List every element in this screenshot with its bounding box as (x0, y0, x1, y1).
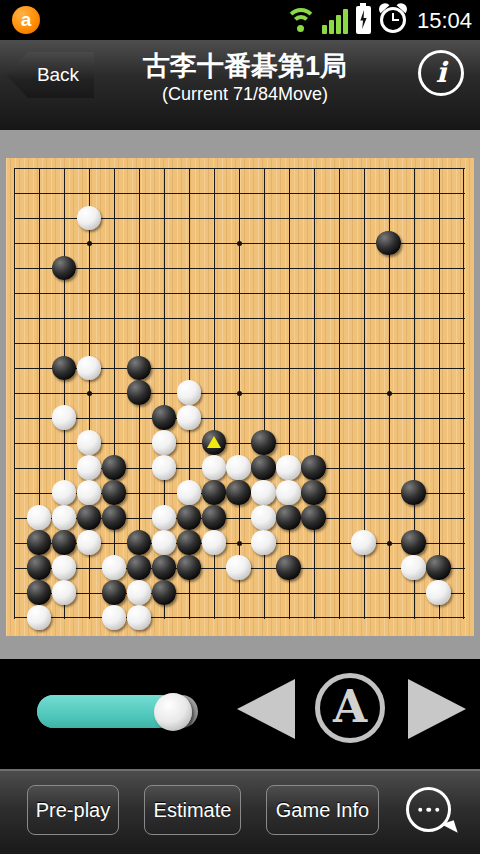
board-point[interactable] (451, 180, 476, 205)
board-point[interactable] (51, 555, 76, 580)
board-point[interactable] (151, 580, 176, 605)
board-point[interactable] (401, 156, 426, 181)
board-point[interactable] (401, 480, 426, 505)
board-point[interactable] (2, 380, 27, 405)
board-point[interactable] (376, 205, 401, 230)
board-point[interactable] (51, 580, 76, 605)
board-point[interactable] (401, 405, 426, 430)
board-point[interactable] (26, 455, 51, 480)
board-point[interactable] (201, 430, 226, 455)
board-point[interactable] (326, 580, 351, 605)
board-point[interactable] (151, 156, 176, 181)
board-point[interactable] (51, 330, 76, 355)
board-point[interactable] (51, 505, 76, 530)
board-point[interactable] (376, 430, 401, 455)
board-point[interactable] (426, 580, 451, 605)
board-point[interactable] (76, 555, 101, 580)
board-point[interactable] (301, 580, 326, 605)
board-point[interactable] (426, 505, 451, 530)
board-point[interactable] (301, 455, 326, 480)
board-point[interactable] (26, 505, 51, 530)
board-point[interactable] (251, 330, 276, 355)
board-point[interactable] (51, 455, 76, 480)
board-point[interactable] (401, 605, 426, 630)
board-point[interactable] (101, 605, 126, 630)
board-point[interactable] (2, 455, 27, 480)
board-point[interactable] (51, 280, 76, 305)
board-point[interactable] (451, 405, 476, 430)
board-point[interactable] (401, 430, 426, 455)
board-point[interactable] (401, 305, 426, 330)
board-point[interactable] (126, 205, 151, 230)
board-point[interactable] (451, 255, 476, 280)
board-point[interactable] (226, 280, 251, 305)
board-point[interactable] (376, 505, 401, 530)
board-point[interactable] (2, 530, 27, 555)
board-point[interactable] (226, 580, 251, 605)
board-point[interactable] (101, 380, 126, 405)
board-point[interactable] (376, 230, 401, 255)
board-point[interactable] (151, 305, 176, 330)
board-point[interactable] (51, 430, 76, 455)
board-point[interactable] (251, 480, 276, 505)
board-point[interactable] (226, 430, 251, 455)
board-point[interactable] (201, 355, 226, 380)
board-point[interactable] (276, 305, 301, 330)
board-point[interactable] (126, 380, 151, 405)
board-point[interactable] (76, 380, 101, 405)
board-point[interactable] (401, 230, 426, 255)
board-point[interactable] (451, 480, 476, 505)
board-point[interactable] (201, 380, 226, 405)
board-point[interactable] (401, 255, 426, 280)
board-point[interactable] (226, 555, 251, 580)
board-point[interactable] (2, 430, 27, 455)
board-point[interactable] (126, 355, 151, 380)
board-point[interactable] (151, 205, 176, 230)
board-point[interactable] (151, 280, 176, 305)
board-point[interactable] (251, 355, 276, 380)
board-point[interactable] (2, 505, 27, 530)
board-point[interactable] (451, 156, 476, 181)
board-point[interactable] (2, 305, 27, 330)
board-point[interactable] (151, 405, 176, 430)
board-point[interactable] (76, 205, 101, 230)
board-point[interactable] (126, 230, 151, 255)
board-point[interactable] (376, 455, 401, 480)
board-point[interactable] (26, 555, 51, 580)
move-progress-slider[interactable] (37, 695, 198, 728)
board-point[interactable] (201, 480, 226, 505)
board-point[interactable] (226, 156, 251, 181)
board-point[interactable] (276, 455, 301, 480)
board-point[interactable] (326, 230, 351, 255)
board-point[interactable] (251, 156, 276, 181)
board-point[interactable] (376, 380, 401, 405)
board-point[interactable] (351, 230, 376, 255)
previous-move-arrow[interactable] (237, 679, 295, 739)
board-point[interactable] (2, 355, 27, 380)
board-point[interactable] (151, 230, 176, 255)
board-point[interactable] (201, 455, 226, 480)
board-point[interactable] (176, 305, 201, 330)
board-point[interactable] (101, 430, 126, 455)
board-point[interactable] (76, 305, 101, 330)
board-point[interactable] (176, 205, 201, 230)
board-point[interactable] (26, 405, 51, 430)
board-point[interactable] (26, 355, 51, 380)
board-point[interactable] (251, 505, 276, 530)
board-point[interactable] (201, 305, 226, 330)
board-point[interactable] (201, 156, 226, 181)
board-point[interactable] (276, 580, 301, 605)
board-point[interactable] (201, 230, 226, 255)
board-point[interactable] (451, 430, 476, 455)
back-button[interactable]: Back (6, 52, 94, 98)
board-point[interactable] (301, 380, 326, 405)
board-point[interactable] (451, 505, 476, 530)
board-point[interactable] (101, 180, 126, 205)
board-point[interactable] (151, 555, 176, 580)
board-point[interactable] (351, 430, 376, 455)
board-point[interactable] (26, 480, 51, 505)
board-point[interactable] (101, 505, 126, 530)
board-point[interactable] (351, 530, 376, 555)
board-point[interactable] (226, 230, 251, 255)
board-point[interactable] (26, 330, 51, 355)
board-point[interactable] (26, 255, 51, 280)
board-point[interactable] (276, 605, 301, 630)
board-point[interactable] (251, 230, 276, 255)
board-point[interactable] (451, 605, 476, 630)
board-point[interactable] (301, 355, 326, 380)
board-point[interactable] (226, 255, 251, 280)
board-point[interactable] (426, 605, 451, 630)
board-point[interactable] (226, 330, 251, 355)
board-point[interactable] (376, 405, 401, 430)
board-point[interactable] (301, 280, 326, 305)
board-point[interactable] (76, 280, 101, 305)
board-point[interactable] (276, 280, 301, 305)
board-point[interactable] (51, 355, 76, 380)
board-point[interactable] (176, 156, 201, 181)
board-point[interactable] (201, 530, 226, 555)
board-point[interactable] (151, 330, 176, 355)
board-point[interactable] (426, 555, 451, 580)
board-point[interactable] (176, 405, 201, 430)
board-point[interactable] (426, 205, 451, 230)
pre-play-button[interactable]: Pre-play (27, 785, 119, 835)
board-point[interactable] (101, 530, 126, 555)
board-point[interactable] (2, 330, 27, 355)
board-point[interactable] (351, 480, 376, 505)
board-point[interactable] (226, 455, 251, 480)
board-point[interactable] (326, 505, 351, 530)
board-point[interactable] (426, 280, 451, 305)
board-point[interactable] (226, 480, 251, 505)
board-point[interactable] (301, 230, 326, 255)
autoplay-button[interactable]: A (315, 673, 385, 743)
board-point[interactable] (451, 555, 476, 580)
board-point[interactable] (251, 380, 276, 405)
chat-bubble-icon[interactable] (406, 787, 451, 832)
board-point[interactable] (226, 605, 251, 630)
board-point[interactable] (426, 405, 451, 430)
board-point[interactable] (301, 305, 326, 330)
board-point[interactable] (51, 205, 76, 230)
board-point[interactable] (2, 405, 27, 430)
board-point[interactable] (151, 505, 176, 530)
board-point[interactable] (51, 305, 76, 330)
board-point[interactable] (51, 405, 76, 430)
board-point[interactable] (326, 430, 351, 455)
board-point[interactable] (251, 430, 276, 455)
board-point[interactable] (2, 580, 27, 605)
board-point[interactable] (401, 380, 426, 405)
board-point[interactable] (351, 555, 376, 580)
board-point[interactable] (401, 455, 426, 480)
board-point[interactable] (351, 455, 376, 480)
board-point[interactable] (351, 280, 376, 305)
board-point[interactable] (176, 505, 201, 530)
board-point[interactable] (351, 255, 376, 280)
board-point[interactable] (201, 180, 226, 205)
board-point[interactable] (2, 205, 27, 230)
board-point[interactable] (301, 430, 326, 455)
board-point[interactable] (376, 355, 401, 380)
board-point[interactable] (26, 605, 51, 630)
board-point[interactable] (101, 280, 126, 305)
info-icon[interactable]: i (418, 50, 464, 96)
board-point[interactable] (26, 180, 51, 205)
board-point[interactable] (426, 480, 451, 505)
board-point[interactable] (226, 530, 251, 555)
board-point[interactable] (251, 530, 276, 555)
board-point[interactable] (301, 405, 326, 430)
board-point[interactable] (451, 455, 476, 480)
board-point[interactable] (201, 205, 226, 230)
board-point[interactable] (76, 480, 101, 505)
board-point[interactable] (176, 580, 201, 605)
board-point[interactable] (376, 305, 401, 330)
board-point[interactable] (176, 330, 201, 355)
board-point[interactable] (201, 330, 226, 355)
board-point[interactable] (226, 380, 251, 405)
board-point[interactable] (276, 505, 301, 530)
board-point[interactable] (376, 480, 401, 505)
board-point[interactable] (126, 156, 151, 181)
board-point[interactable] (301, 505, 326, 530)
board-point[interactable] (176, 480, 201, 505)
board-point[interactable] (226, 355, 251, 380)
board-point[interactable] (126, 305, 151, 330)
board-point[interactable] (76, 230, 101, 255)
board-point[interactable] (126, 405, 151, 430)
board-point[interactable] (126, 605, 151, 630)
board-point[interactable] (351, 305, 376, 330)
board-point[interactable] (126, 280, 151, 305)
board-point[interactable] (251, 605, 276, 630)
board-point[interactable] (26, 305, 51, 330)
board-point[interactable] (276, 255, 301, 280)
board-point[interactable] (451, 580, 476, 605)
board-point[interactable] (376, 580, 401, 605)
board-point[interactable] (201, 255, 226, 280)
board-point[interactable] (176, 430, 201, 455)
board-point[interactable] (126, 580, 151, 605)
board-point[interactable] (26, 430, 51, 455)
board-point[interactable] (26, 580, 51, 605)
board-point[interactable] (451, 380, 476, 405)
board-point[interactable] (151, 455, 176, 480)
board-point[interactable] (351, 405, 376, 430)
board-point[interactable] (376, 330, 401, 355)
board-point[interactable] (126, 530, 151, 555)
board-point[interactable] (2, 605, 27, 630)
board-point[interactable] (126, 480, 151, 505)
board-point[interactable] (76, 180, 101, 205)
board-point[interactable] (51, 605, 76, 630)
board-point[interactable] (126, 505, 151, 530)
board-point[interactable] (226, 180, 251, 205)
board-point[interactable] (426, 156, 451, 181)
next-move-arrow[interactable] (408, 679, 466, 739)
board-point[interactable] (401, 355, 426, 380)
board-point[interactable] (76, 580, 101, 605)
board-point[interactable] (201, 555, 226, 580)
board-point[interactable] (26, 205, 51, 230)
board-point[interactable] (426, 305, 451, 330)
board-point[interactable] (301, 255, 326, 280)
board-point[interactable] (151, 480, 176, 505)
board-point[interactable] (51, 180, 76, 205)
board-point[interactable] (376, 255, 401, 280)
board-point[interactable] (101, 405, 126, 430)
board-point[interactable] (76, 255, 101, 280)
board-point[interactable] (126, 555, 151, 580)
board-point[interactable] (101, 156, 126, 181)
board-point[interactable] (351, 330, 376, 355)
board-point[interactable] (251, 580, 276, 605)
board-point[interactable] (426, 330, 451, 355)
board-point[interactable] (351, 505, 376, 530)
board-point[interactable] (176, 255, 201, 280)
board-point[interactable] (326, 330, 351, 355)
board-point[interactable] (76, 455, 101, 480)
board-point[interactable] (76, 156, 101, 181)
board-point[interactable] (326, 455, 351, 480)
board-point[interactable] (101, 455, 126, 480)
board-point[interactable] (376, 280, 401, 305)
board-point[interactable] (451, 530, 476, 555)
board-point[interactable] (126, 180, 151, 205)
board-point[interactable] (176, 555, 201, 580)
board-point[interactable] (201, 580, 226, 605)
board-point[interactable] (251, 280, 276, 305)
board-point[interactable] (151, 605, 176, 630)
board-point[interactable] (326, 156, 351, 181)
board-point[interactable] (276, 156, 301, 181)
board-point[interactable] (51, 530, 76, 555)
board-point[interactable] (351, 605, 376, 630)
board-point[interactable] (351, 205, 376, 230)
board-point[interactable] (401, 530, 426, 555)
board-point[interactable] (251, 555, 276, 580)
board-point[interactable] (226, 505, 251, 530)
board-point[interactable] (401, 580, 426, 605)
board-point[interactable] (326, 280, 351, 305)
board-point[interactable] (176, 230, 201, 255)
board-point[interactable] (451, 355, 476, 380)
board-point[interactable] (151, 530, 176, 555)
board-point[interactable] (176, 180, 201, 205)
board-point[interactable] (451, 305, 476, 330)
board-point[interactable] (101, 205, 126, 230)
board-point[interactable] (276, 480, 301, 505)
board-point[interactable] (376, 156, 401, 181)
board-point[interactable] (76, 330, 101, 355)
board-point[interactable] (26, 380, 51, 405)
board-point[interactable] (326, 530, 351, 555)
board-point[interactable] (426, 455, 451, 480)
board-point[interactable] (76, 405, 101, 430)
board-point[interactable] (376, 555, 401, 580)
board-point[interactable] (176, 455, 201, 480)
board-point[interactable] (201, 505, 226, 530)
board-point[interactable] (276, 355, 301, 380)
board-point[interactable] (126, 430, 151, 455)
board-point[interactable] (326, 355, 351, 380)
board-point[interactable] (451, 280, 476, 305)
board-point[interactable] (101, 555, 126, 580)
board-point[interactable] (2, 280, 27, 305)
board-point[interactable] (101, 480, 126, 505)
board-point[interactable] (226, 305, 251, 330)
board-point[interactable] (401, 180, 426, 205)
board-point[interactable] (301, 156, 326, 181)
board-point[interactable] (301, 530, 326, 555)
board-point[interactable] (101, 580, 126, 605)
board-point[interactable] (451, 230, 476, 255)
board-point[interactable] (276, 380, 301, 405)
board-point[interactable] (251, 205, 276, 230)
board-point[interactable] (451, 330, 476, 355)
board-point[interactable] (426, 230, 451, 255)
board-point[interactable] (451, 205, 476, 230)
board-point[interactable] (276, 180, 301, 205)
board-point[interactable] (426, 355, 451, 380)
board-point[interactable] (251, 455, 276, 480)
board-point[interactable] (51, 255, 76, 280)
board-point[interactable] (201, 605, 226, 630)
board-point[interactable] (326, 205, 351, 230)
board-point[interactable] (101, 230, 126, 255)
board-point[interactable] (301, 330, 326, 355)
board-point[interactable] (351, 580, 376, 605)
board-point[interactable] (376, 605, 401, 630)
board-point[interactable] (326, 180, 351, 205)
board-point[interactable] (101, 255, 126, 280)
board-point[interactable] (326, 255, 351, 280)
board-point[interactable] (301, 205, 326, 230)
board-point[interactable] (26, 280, 51, 305)
board-point[interactable] (276, 430, 301, 455)
board-point[interactable] (151, 255, 176, 280)
board-point[interactable] (326, 405, 351, 430)
board-point[interactable] (51, 230, 76, 255)
board-point[interactable] (26, 156, 51, 181)
board-point[interactable] (276, 330, 301, 355)
